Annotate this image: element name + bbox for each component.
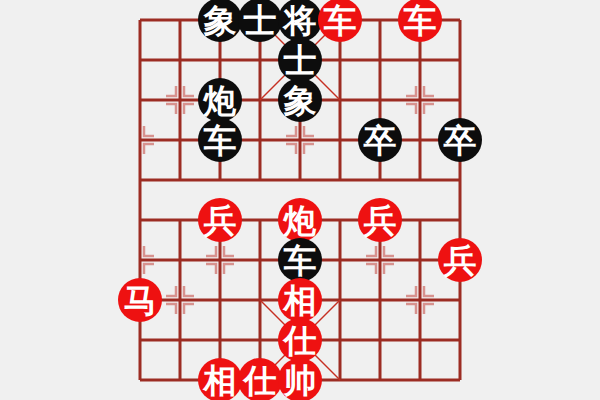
point-1-8	[160, 320, 200, 360]
point-4-5: 炮	[280, 200, 320, 240]
point-2-5: 兵	[200, 200, 240, 240]
red-elephant[interactable]: 相	[278, 278, 322, 322]
point-4-4	[280, 160, 320, 200]
point-3-4	[240, 160, 280, 200]
point-4-6: 车	[280, 240, 320, 280]
red-chariot[interactable]: 车	[318, 0, 362, 42]
black-chariot[interactable]: 车	[198, 118, 242, 162]
point-2-1	[200, 40, 240, 80]
point-6-2	[360, 80, 400, 120]
point-5-5	[320, 200, 360, 240]
point-5-1	[320, 40, 360, 80]
black-cannon[interactable]: 炮	[198, 78, 242, 122]
black-pawn[interactable]: 卒	[438, 118, 482, 162]
point-0-6	[120, 240, 160, 280]
point-0-4	[120, 160, 160, 200]
point-7-1	[400, 40, 440, 80]
point-2-2: 炮	[200, 80, 240, 120]
point-8-2	[440, 80, 480, 120]
black-elephant[interactable]: 象	[278, 78, 322, 122]
black-advisor[interactable]: 士	[238, 0, 282, 42]
point-0-7: 马	[120, 280, 160, 320]
point-8-1	[440, 40, 480, 80]
point-2-0: 象	[200, 0, 240, 40]
point-0-8	[120, 320, 160, 360]
point-1-0	[160, 0, 200, 40]
point-5-9	[320, 360, 360, 400]
point-4-1: 士	[280, 40, 320, 80]
point-2-6	[200, 240, 240, 280]
point-8-7	[440, 280, 480, 320]
point-7-4	[400, 160, 440, 200]
point-0-1	[120, 40, 160, 80]
point-5-7	[320, 280, 360, 320]
point-8-5	[440, 200, 480, 240]
point-6-7	[360, 280, 400, 320]
point-6-3: 卒	[360, 120, 400, 160]
point-3-0: 士	[240, 0, 280, 40]
point-2-3: 车	[200, 120, 240, 160]
point-2-7	[200, 280, 240, 320]
point-7-9	[400, 360, 440, 400]
point-5-3	[320, 120, 360, 160]
point-7-2	[400, 80, 440, 120]
point-0-5	[120, 200, 160, 240]
red-horse[interactable]: 马	[118, 278, 162, 322]
point-6-6	[360, 240, 400, 280]
point-5-6	[320, 240, 360, 280]
red-advisor[interactable]: 仕	[278, 318, 322, 362]
xiangqi-board: 象士将车车士炮象车卒卒兵炮兵车兵马相仕相仕帅	[0, 0, 600, 400]
point-3-1	[240, 40, 280, 80]
point-6-8	[360, 320, 400, 360]
red-cannon[interactable]: 炮	[278, 198, 322, 242]
point-6-9	[360, 360, 400, 400]
point-8-8	[440, 320, 480, 360]
red-general[interactable]: 帅	[278, 358, 322, 400]
point-6-4	[360, 160, 400, 200]
point-3-6	[240, 240, 280, 280]
point-7-3	[400, 120, 440, 160]
board-grid: 象士将车车士炮象车卒卒兵炮兵车兵马相仕相仕帅	[120, 0, 480, 400]
point-1-2	[160, 80, 200, 120]
point-1-7	[160, 280, 200, 320]
black-pawn[interactable]: 卒	[358, 118, 402, 162]
point-7-0: 车	[400, 0, 440, 40]
point-0-9	[120, 360, 160, 400]
point-3-8	[240, 320, 280, 360]
point-8-9	[440, 360, 480, 400]
point-3-7	[240, 280, 280, 320]
point-3-3	[240, 120, 280, 160]
point-4-9: 帅	[280, 360, 320, 400]
point-4-0: 将	[280, 0, 320, 40]
point-7-7	[400, 280, 440, 320]
point-5-4	[320, 160, 360, 200]
point-8-6: 兵	[440, 240, 480, 280]
point-1-6	[160, 240, 200, 280]
point-0-0	[120, 0, 160, 40]
point-2-4	[200, 160, 240, 200]
point-6-1	[360, 40, 400, 80]
point-5-2	[320, 80, 360, 120]
point-3-9: 仕	[240, 360, 280, 400]
point-1-5	[160, 200, 200, 240]
point-8-0	[440, 0, 480, 40]
black-chariot[interactable]: 车	[278, 238, 322, 282]
red-elephant[interactable]: 相	[198, 358, 242, 400]
red-chariot[interactable]: 车	[398, 0, 442, 42]
point-7-5	[400, 200, 440, 240]
point-4-7: 相	[280, 280, 320, 320]
point-1-3	[160, 120, 200, 160]
point-4-8: 仕	[280, 320, 320, 360]
point-1-4	[160, 160, 200, 200]
point-0-2	[120, 80, 160, 120]
point-5-0: 车	[320, 0, 360, 40]
red-advisor[interactable]: 仕	[238, 358, 282, 400]
black-general[interactable]: 将	[278, 0, 322, 42]
point-1-9	[160, 360, 200, 400]
point-2-9: 相	[200, 360, 240, 400]
point-3-2	[240, 80, 280, 120]
point-8-3: 卒	[440, 120, 480, 160]
point-4-3	[280, 120, 320, 160]
point-5-8	[320, 320, 360, 360]
point-6-5: 兵	[360, 200, 400, 240]
red-pawn[interactable]: 兵	[198, 198, 242, 242]
black-elephant[interactable]: 象	[198, 0, 242, 42]
red-pawn[interactable]: 兵	[358, 198, 402, 242]
point-6-0	[360, 0, 400, 40]
point-2-8	[200, 320, 240, 360]
point-1-1	[160, 40, 200, 80]
point-3-5	[240, 200, 280, 240]
red-pawn[interactable]: 兵	[438, 238, 482, 282]
point-8-4	[440, 160, 480, 200]
black-advisor[interactable]: 士	[278, 38, 322, 82]
point-7-6	[400, 240, 440, 280]
point-0-3	[120, 120, 160, 160]
point-7-8	[400, 320, 440, 360]
point-4-2: 象	[280, 80, 320, 120]
